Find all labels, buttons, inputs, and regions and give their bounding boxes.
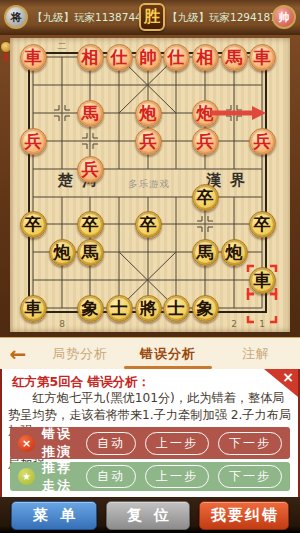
- piece-black-r9c3[interactable]: 士: [106, 295, 133, 322]
- piece-red-r3c4[interactable]: 兵: [135, 128, 162, 155]
- piece-red-r0c4[interactable]: 帥: [135, 44, 162, 71]
- piece-black-r8c8[interactable]: 車: [249, 267, 276, 294]
- back-arrow-icon[interactable]: ←: [0, 338, 36, 369]
- piece-red-r0c3[interactable]: 仕: [106, 44, 133, 71]
- red-player-avatar[interactable]: 帅: [272, 5, 296, 29]
- piece-black-r9c2[interactable]: 象: [77, 295, 104, 322]
- tab-error-analysis[interactable]: 错误分析: [124, 338, 212, 369]
- watermark: 多乐游戏: [128, 178, 170, 191]
- reset-button[interactable]: 复位: [106, 501, 190, 530]
- suggested-move-label: 推荐走法: [42, 459, 77, 495]
- star-icon: ★: [18, 468, 35, 485]
- suggest-auto-button[interactable]: 自动: [86, 465, 136, 488]
- piece-black-r9c4[interactable]: 將: [135, 295, 162, 322]
- bottom-bar: 菜单 复位 我要纠错: [0, 497, 300, 533]
- piece-black-r9c5[interactable]: 士: [163, 295, 190, 322]
- piece-red-r4c2[interactable]: 兵: [77, 156, 104, 183]
- close-icon: ×: [282, 369, 294, 385]
- tab-label: 错误分析: [140, 345, 196, 363]
- board[interactable]: 楚河 多乐游戏 漢界 二 8 2 1 車相仕帥仕相馬車馬炮炮兵兵兵兵兵卒卒卒卒卒…: [10, 38, 290, 332]
- analysis-tab-bar: ← 局势分析 错误分析 注解: [0, 337, 300, 369]
- piece-red-r3c0[interactable]: 兵: [20, 128, 47, 155]
- piece-black-r9c6[interactable]: 象: [192, 295, 219, 322]
- correct-mistake-button[interactable]: 我要纠错: [199, 501, 289, 530]
- tab-label: 注解: [242, 345, 270, 363]
- piece-black-r7c2[interactable]: 馬: [77, 239, 104, 266]
- tab-annotation[interactable]: 注解: [212, 338, 300, 369]
- piece-red-r2c2[interactable]: 馬: [77, 100, 104, 127]
- error-prev-button[interactable]: 上一步: [145, 432, 209, 455]
- error-replay-bar: × 错误推演 自动 上一步 下一步: [10, 427, 290, 459]
- analysis-panel: 红方第5回合 错误分析： × 红方炮七平九(黑优101分)，此为错着，整体局势呈…: [0, 369, 300, 497]
- piece-red-r0c2[interactable]: 相: [77, 44, 104, 71]
- error-x-icon: ×: [18, 435, 35, 452]
- file-label-bottom-2: 2: [231, 319, 237, 329]
- black-player-avatar[interactable]: 将: [4, 5, 28, 29]
- piece-black-r5c6[interactable]: 卒: [192, 184, 219, 211]
- piece-black-r6c4[interactable]: 卒: [135, 211, 162, 238]
- piece-red-r0c6[interactable]: 相: [192, 44, 219, 71]
- error-auto-button[interactable]: 自动: [86, 432, 136, 455]
- red-player-name: 【九级】玩家1294187..: [167, 11, 283, 25]
- piece-red-r2c4[interactable]: 炮: [135, 100, 162, 127]
- piece-black-r6c0[interactable]: 卒: [20, 211, 47, 238]
- suggest-prev-button[interactable]: 上一步: [145, 465, 209, 488]
- file-label-bottom-1: 1: [259, 319, 265, 329]
- piece-red-r0c8[interactable]: 車: [249, 44, 276, 71]
- analysis-title: 红方第5回合 错误分析：: [12, 374, 150, 391]
- tab-label: 局势分析: [52, 345, 108, 363]
- top-bar: 将 【九级】玩家1138744.. 胜 【九级】玩家1294187.. 帅: [0, 0, 300, 35]
- suggest-next-button[interactable]: 下一步: [218, 465, 282, 488]
- piece-black-r6c8[interactable]: 卒: [249, 211, 276, 238]
- piece-red-r0c7[interactable]: 馬: [221, 44, 248, 71]
- black-player-name: 【九级】玩家1138744..: [32, 11, 148, 25]
- tab-situation-analysis[interactable]: 局势分析: [36, 338, 124, 369]
- file-label-top-2: 二: [58, 40, 67, 53]
- piece-red-r0c0[interactable]: 車: [20, 44, 47, 71]
- piece-red-r3c6[interactable]: 兵: [192, 128, 219, 155]
- xiangqi-app: 将 【九级】玩家1138744.. 胜 【九级】玩家1294187.. 帅 楚河…: [0, 0, 300, 533]
- board-frame: 楚河 多乐游戏 漢界 二 8 2 1 車相仕帥仕相馬車馬炮炮兵兵兵兵兵卒卒卒卒卒…: [0, 35, 300, 337]
- piece-black-r6c2[interactable]: 卒: [77, 211, 104, 238]
- error-replay-label: 错误推演: [42, 425, 77, 461]
- piece-red-r2c6[interactable]: 炮: [192, 100, 219, 127]
- win-badge: 胜: [139, 3, 165, 31]
- piece-black-r7c7[interactable]: 炮: [221, 239, 248, 266]
- piece-black-r9c0[interactable]: 車: [20, 295, 47, 322]
- error-next-button[interactable]: 下一步: [218, 432, 282, 455]
- suggested-move-bar: ★ 推荐走法 自动 上一步 下一步: [10, 462, 290, 491]
- piece-black-r7c1[interactable]: 炮: [49, 239, 76, 266]
- piece-red-r3c8[interactable]: 兵: [249, 128, 276, 155]
- piece-black-r7c6[interactable]: 馬: [192, 239, 219, 266]
- menu-button[interactable]: 菜单: [11, 501, 97, 530]
- piece-red-r0c5[interactable]: 仕: [163, 44, 190, 71]
- file-label-bottom-8: 8: [59, 319, 65, 329]
